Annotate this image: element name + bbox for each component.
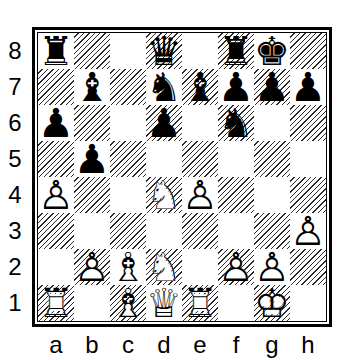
piece-white-bishop-fill: ♝ — [110, 285, 146, 321]
chess-board-inner-border: ♜♛♜♚♝♞♝♟♟♟♟♟♞♟♟♙♞♘♟♙♟♙♟♙♝♗♞♘♟♙♟♙♜♖♝♗♛♕♜♖… — [37, 32, 327, 322]
piece-black-queen[interactable]: ♛ — [146, 33, 182, 69]
square-e4[interactable]: ♟♙ — [182, 177, 218, 213]
square-d3[interactable] — [146, 213, 182, 249]
file-label-f: f — [218, 331, 254, 358]
square-c3[interactable] — [110, 213, 146, 249]
square-b1[interactable] — [74, 285, 110, 321]
piece-white-pawn-fill: ♟ — [38, 177, 74, 213]
square-f3[interactable] — [218, 213, 254, 249]
piece-white-rook[interactable]: ♖ — [182, 285, 218, 321]
piece-white-knight[interactable]: ♘ — [146, 249, 182, 285]
square-c4[interactable] — [110, 177, 146, 213]
square-a7[interactable] — [38, 69, 74, 105]
rank-label-1: 1 — [2, 285, 28, 321]
square-b8[interactable] — [74, 33, 110, 69]
piece-white-king[interactable]: ♔ — [254, 285, 290, 321]
square-c5[interactable] — [110, 141, 146, 177]
rank-label-4: 4 — [2, 177, 28, 213]
rank-label-5: 5 — [2, 141, 28, 177]
piece-black-knight[interactable]: ♞ — [146, 69, 182, 105]
square-e3[interactable] — [182, 213, 218, 249]
piece-black-bishop[interactable]: ♝ — [74, 69, 110, 105]
file-label-c: c — [110, 331, 146, 358]
piece-white-pawn[interactable]: ♙ — [74, 249, 110, 285]
square-f6[interactable]: ♞ — [218, 105, 254, 141]
square-h2[interactable] — [290, 249, 326, 285]
square-g3[interactable] — [254, 213, 290, 249]
file-label-h: h — [290, 331, 326, 358]
square-e2[interactable] — [182, 249, 218, 285]
file-label-e: e — [182, 331, 218, 358]
piece-white-knight[interactable]: ♘ — [146, 177, 182, 213]
square-g2[interactable]: ♟♙ — [254, 249, 290, 285]
square-d8[interactable]: ♛ — [146, 33, 182, 69]
square-h7[interactable]: ♟ — [290, 69, 326, 105]
square-a2[interactable] — [38, 249, 74, 285]
square-b2[interactable]: ♟♙ — [74, 249, 110, 285]
piece-white-knight-fill: ♞ — [146, 249, 182, 285]
square-c6[interactable] — [110, 105, 146, 141]
piece-white-knight-fill: ♞ — [146, 177, 182, 213]
rank-label-6: 6 — [2, 105, 28, 141]
chess-board-frame: ♜♛♜♚♝♞♝♟♟♟♟♟♞♟♟♙♞♘♟♙♟♙♟♙♝♗♞♘♟♙♟♙♜♖♝♗♛♕♜♖… — [32, 27, 332, 327]
piece-black-pawn[interactable]: ♟ — [146, 105, 182, 141]
square-h6[interactable] — [290, 105, 326, 141]
square-h5[interactable] — [290, 141, 326, 177]
rank-label-8: 8 — [2, 33, 28, 69]
rank-label-7: 7 — [2, 69, 28, 105]
piece-black-pawn[interactable]: ♟ — [290, 69, 326, 105]
square-b7[interactable]: ♝ — [74, 69, 110, 105]
piece-black-king[interactable]: ♚ — [254, 33, 290, 69]
square-f1[interactable] — [218, 285, 254, 321]
rank-labels: 87654321 — [2, 33, 28, 321]
piece-white-rook[interactable]: ♖ — [38, 285, 74, 321]
square-g6[interactable] — [254, 105, 290, 141]
piece-white-pawn[interactable]: ♙ — [218, 249, 254, 285]
square-b5[interactable]: ♟ — [74, 141, 110, 177]
file-label-g: g — [254, 331, 290, 358]
square-h8[interactable] — [290, 33, 326, 69]
square-g1[interactable]: ♚♔ — [254, 285, 290, 321]
piece-black-rook[interactable]: ♜ — [38, 33, 74, 69]
square-f7[interactable]: ♟ — [218, 69, 254, 105]
piece-white-queen-fill: ♛ — [146, 285, 182, 321]
piece-black-pawn[interactable]: ♟ — [74, 141, 110, 177]
piece-white-rook-fill: ♜ — [38, 285, 74, 321]
piece-white-queen[interactable]: ♕ — [146, 285, 182, 321]
square-g8[interactable]: ♚ — [254, 33, 290, 69]
square-d7[interactable]: ♞ — [146, 69, 182, 105]
square-f8[interactable]: ♜ — [218, 33, 254, 69]
square-d1[interactable]: ♛♕ — [146, 285, 182, 321]
piece-white-pawn-fill: ♟ — [290, 213, 326, 249]
square-c2[interactable]: ♝♗ — [110, 249, 146, 285]
chess-board: ♜♛♜♚♝♞♝♟♟♟♟♟♞♟♟♙♞♘♟♙♟♙♟♙♝♗♞♘♟♙♟♙♜♖♝♗♛♕♜♖… — [38, 33, 326, 321]
piece-white-pawn[interactable]: ♙ — [254, 249, 290, 285]
rank-label-3: 3 — [2, 213, 28, 249]
square-f4[interactable] — [218, 177, 254, 213]
piece-white-pawn-fill: ♟ — [218, 249, 254, 285]
square-c1[interactable]: ♝♗ — [110, 285, 146, 321]
square-b4[interactable] — [74, 177, 110, 213]
square-d5[interactable] — [146, 141, 182, 177]
square-b6[interactable] — [74, 105, 110, 141]
piece-black-knight[interactable]: ♞ — [218, 105, 254, 141]
square-g7[interactable]: ♟ — [254, 69, 290, 105]
square-e6[interactable] — [182, 105, 218, 141]
piece-white-bishop[interactable]: ♗ — [110, 285, 146, 321]
chess-diagram: 87654321 ♜♛♜♚♝♞♝♟♟♟♟♟♞♟♟♙♞♘♟♙♟♙♟♙♝♗♞♘♟♙♟… — [0, 0, 360, 360]
square-a3[interactable] — [38, 213, 74, 249]
square-f5[interactable] — [218, 141, 254, 177]
piece-white-rook-fill: ♜ — [182, 285, 218, 321]
piece-black-pawn[interactable]: ♟ — [218, 69, 254, 105]
piece-black-rook[interactable]: ♜ — [218, 33, 254, 69]
square-g5[interactable] — [254, 141, 290, 177]
square-h4[interactable] — [290, 177, 326, 213]
square-a5[interactable] — [38, 141, 74, 177]
square-e1[interactable]: ♜♖ — [182, 285, 218, 321]
square-d4[interactable]: ♞♘ — [146, 177, 182, 213]
file-label-a: a — [38, 331, 74, 358]
square-a1[interactable]: ♜♖ — [38, 285, 74, 321]
square-b3[interactable] — [74, 213, 110, 249]
file-label-d: d — [146, 331, 182, 358]
file-labels: abcdefgh — [38, 331, 326, 358]
piece-black-pawn[interactable]: ♟ — [38, 105, 74, 141]
square-a6[interactable]: ♟ — [38, 105, 74, 141]
rank-label-2: 2 — [2, 249, 28, 285]
piece-black-pawn[interactable]: ♟ — [254, 69, 290, 105]
piece-white-pawn[interactable]: ♙ — [290, 213, 326, 249]
piece-white-pawn-fill: ♟ — [74, 249, 110, 285]
square-a4[interactable]: ♟♙ — [38, 177, 74, 213]
piece-white-bishop[interactable]: ♗ — [110, 249, 146, 285]
piece-white-pawn-fill: ♟ — [254, 249, 290, 285]
square-h3[interactable]: ♟♙ — [290, 213, 326, 249]
file-label-b: b — [74, 331, 110, 358]
piece-white-pawn[interactable]: ♙ — [38, 177, 74, 213]
piece-black-bishop[interactable]: ♝ — [182, 69, 218, 105]
square-a8[interactable]: ♜ — [38, 33, 74, 69]
square-c7[interactable] — [110, 69, 146, 105]
square-e8[interactable] — [182, 33, 218, 69]
piece-white-king-fill: ♚ — [254, 285, 290, 321]
square-e7[interactable]: ♝ — [182, 69, 218, 105]
piece-white-bishop-fill: ♝ — [110, 249, 146, 285]
square-h1[interactable] — [290, 285, 326, 321]
square-d6[interactable]: ♟ — [146, 105, 182, 141]
square-e5[interactable] — [182, 141, 218, 177]
square-g4[interactable] — [254, 177, 290, 213]
piece-white-pawn-fill: ♟ — [182, 177, 218, 213]
piece-white-pawn[interactable]: ♙ — [182, 177, 218, 213]
square-c8[interactable] — [110, 33, 146, 69]
square-d2[interactable]: ♞♘ — [146, 249, 182, 285]
square-f2[interactable]: ♟♙ — [218, 249, 254, 285]
